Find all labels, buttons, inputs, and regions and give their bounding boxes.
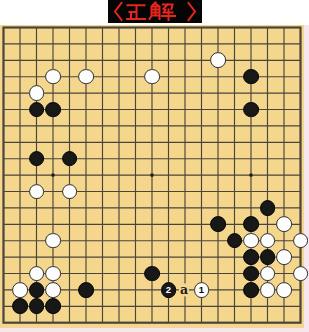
white-stone — [45, 69, 61, 85]
white-stone — [260, 233, 276, 249]
black-stone — [29, 282, 45, 298]
white-stone — [293, 266, 309, 282]
white-stone — [276, 282, 292, 298]
black-stone — [243, 282, 259, 298]
white-stone — [45, 233, 61, 249]
point-label-a: a — [179, 283, 189, 296]
screenshot-root: 21a 〈正解〉 — [0, 0, 309, 332]
black-stone — [29, 102, 45, 118]
white-stone-move-1: 1 — [194, 282, 210, 298]
go-board: 21a — [0, 25, 304, 328]
black-stone — [243, 69, 259, 85]
black-stone — [12, 298, 28, 314]
white-stone — [29, 85, 45, 101]
white-stone — [45, 266, 61, 282]
white-stone — [293, 233, 309, 249]
white-stone — [276, 216, 292, 232]
black-stone — [62, 151, 78, 167]
white-stone — [29, 184, 45, 200]
black-stone — [144, 266, 160, 282]
black-stone — [29, 298, 45, 314]
black-stone — [260, 200, 276, 216]
white-stone — [210, 52, 226, 68]
black-stone — [210, 216, 226, 232]
white-stone — [144, 69, 160, 85]
white-stone — [12, 282, 28, 298]
black-stone — [243, 102, 259, 118]
black-stone — [45, 102, 61, 118]
white-stone — [260, 282, 276, 298]
white-stone — [276, 249, 292, 265]
white-stone — [243, 233, 259, 249]
banner: 〈正解〉 — [108, 0, 202, 23]
white-stone — [260, 266, 276, 282]
black-stone — [243, 249, 259, 265]
white-stone — [62, 184, 78, 200]
black-stone — [260, 249, 276, 265]
white-stone — [29, 266, 45, 282]
black-stone — [243, 266, 259, 282]
black-stone-move-2: 2 — [161, 282, 177, 298]
white-stone — [78, 69, 94, 85]
black-stone — [78, 282, 94, 298]
banner-title-graphic — [108, 0, 202, 23]
black-stone — [45, 298, 61, 314]
black-stone — [243, 216, 259, 232]
white-stone — [45, 282, 61, 298]
black-stone — [227, 233, 243, 249]
black-stone — [29, 151, 45, 167]
